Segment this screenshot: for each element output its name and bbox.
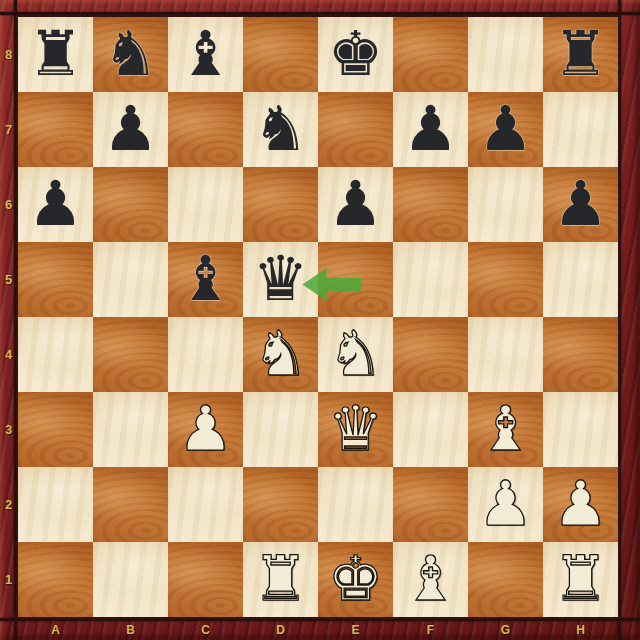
square-c7[interactable]	[168, 92, 243, 167]
rank-label-6: 6	[0, 167, 17, 242]
rank-label-8: 8	[0, 17, 17, 92]
square-b1[interactable]	[93, 542, 168, 617]
black-pawn-g7[interactable]: ♟	[468, 92, 543, 167]
square-e5[interactable]	[318, 242, 393, 317]
square-e3[interactable]: ♛	[318, 392, 393, 467]
rank-label-1: 1	[0, 542, 17, 617]
file-label-a: A	[18, 620, 93, 640]
rank-label-5: 5	[0, 242, 17, 317]
square-a2[interactable]	[18, 467, 93, 542]
square-a5[interactable]	[18, 242, 93, 317]
frame-groove-right	[618, 0, 621, 640]
black-pawn-f7[interactable]: ♟	[393, 92, 468, 167]
square-b6[interactable]	[93, 167, 168, 242]
black-bishop-c8[interactable]: ♝	[168, 17, 243, 92]
square-f1[interactable]: ♝	[393, 542, 468, 617]
file-label-h: H	[543, 620, 618, 640]
square-b8[interactable]: ♞	[93, 17, 168, 92]
square-d4[interactable]: ♞	[243, 317, 318, 392]
file-label-g: G	[468, 620, 543, 640]
chess-board[interactable]: ♜♞♝♚♜♟♞♟♟♟♟♟♝♛♞♞♟♛♝♟♟♜♚♝♜	[18, 17, 618, 617]
square-c3[interactable]: ♟	[168, 392, 243, 467]
black-king-e8[interactable]: ♚	[318, 17, 393, 92]
white-pawn-c3[interactable]: ♟	[168, 392, 243, 467]
square-g3[interactable]: ♝	[468, 392, 543, 467]
square-c8[interactable]: ♝	[168, 17, 243, 92]
square-e8[interactable]: ♚	[318, 17, 393, 92]
white-knight-e4[interactable]: ♞	[318, 317, 393, 392]
white-pawn-g2[interactable]: ♟	[468, 467, 543, 542]
square-h3[interactable]	[543, 392, 618, 467]
square-d5[interactable]: ♛	[243, 242, 318, 317]
square-d2[interactable]	[243, 467, 318, 542]
square-f7[interactable]: ♟	[393, 92, 468, 167]
square-d8[interactable]	[243, 17, 318, 92]
file-label-e: E	[318, 620, 393, 640]
square-d7[interactable]: ♞	[243, 92, 318, 167]
square-a8[interactable]: ♜	[18, 17, 93, 92]
square-c6[interactable]	[168, 167, 243, 242]
file-label-f: F	[393, 620, 468, 640]
rank-label-3: 3	[0, 392, 17, 467]
black-pawn-a6[interactable]: ♟	[18, 167, 93, 242]
square-f2[interactable]	[393, 467, 468, 542]
black-bishop-c5[interactable]: ♝	[168, 242, 243, 317]
file-label-c: C	[168, 620, 243, 640]
square-f6[interactable]	[393, 167, 468, 242]
black-rook-h8[interactable]: ♜	[543, 17, 618, 92]
black-rook-a8[interactable]: ♜	[18, 17, 93, 92]
square-h7[interactable]	[543, 92, 618, 167]
square-c5[interactable]: ♝	[168, 242, 243, 317]
black-knight-d7[interactable]: ♞	[243, 92, 318, 167]
square-a4[interactable]	[18, 317, 93, 392]
square-b3[interactable]	[93, 392, 168, 467]
black-pawn-b7[interactable]: ♟	[93, 92, 168, 167]
square-e7[interactable]	[318, 92, 393, 167]
square-a1[interactable]	[18, 542, 93, 617]
square-e6[interactable]: ♟	[318, 167, 393, 242]
square-f5[interactable]	[393, 242, 468, 317]
square-b7[interactable]: ♟	[93, 92, 168, 167]
rank-label-4: 4	[0, 317, 17, 392]
black-pawn-h6[interactable]: ♟	[543, 167, 618, 242]
white-queen-e3[interactable]: ♛	[318, 392, 393, 467]
white-bishop-g3[interactable]: ♝	[468, 392, 543, 467]
square-g5[interactable]	[468, 242, 543, 317]
square-c2[interactable]	[168, 467, 243, 542]
black-knight-b8[interactable]: ♞	[93, 17, 168, 92]
square-f3[interactable]	[393, 392, 468, 467]
square-b4[interactable]	[93, 317, 168, 392]
square-a7[interactable]	[18, 92, 93, 167]
square-a3[interactable]	[18, 392, 93, 467]
square-g2[interactable]: ♟	[468, 467, 543, 542]
rank-label-2: 2	[0, 467, 17, 542]
square-h1[interactable]: ♜	[543, 542, 618, 617]
square-e2[interactable]	[318, 467, 393, 542]
square-e1[interactable]: ♚	[318, 542, 393, 617]
square-a6[interactable]: ♟	[18, 167, 93, 242]
frame-groove-top	[0, 12, 640, 15]
file-label-d: D	[243, 620, 318, 640]
rank-label-7: 7	[0, 92, 17, 167]
square-c1[interactable]	[168, 542, 243, 617]
square-d3[interactable]	[243, 392, 318, 467]
square-g8[interactable]	[468, 17, 543, 92]
board-frame: ♜♞♝♚♜♟♞♟♟♟♟♟♝♛♞♞♟♛♝♟♟♜♚♝♜ 87654321ABCDEF…	[0, 0, 640, 640]
square-h6[interactable]: ♟	[543, 167, 618, 242]
square-h8[interactable]: ♜	[543, 17, 618, 92]
square-g1[interactable]	[468, 542, 543, 617]
square-b2[interactable]	[93, 467, 168, 542]
square-h2[interactable]: ♟	[543, 467, 618, 542]
square-f4[interactable]	[393, 317, 468, 392]
square-g4[interactable]	[468, 317, 543, 392]
square-d6[interactable]	[243, 167, 318, 242]
square-d1[interactable]: ♜	[243, 542, 318, 617]
white-pawn-h2[interactable]: ♟	[543, 467, 618, 542]
white-rook-d1[interactable]: ♜	[243, 542, 318, 617]
square-b5[interactable]	[93, 242, 168, 317]
white-rook-h1[interactable]: ♜	[543, 542, 618, 617]
white-king-e1[interactable]: ♚	[318, 542, 393, 617]
square-h5[interactable]	[543, 242, 618, 317]
square-e4[interactable]: ♞	[318, 317, 393, 392]
file-label-b: B	[93, 620, 168, 640]
square-g7[interactable]: ♟	[468, 92, 543, 167]
square-c4[interactable]	[168, 317, 243, 392]
square-h4[interactable]	[543, 317, 618, 392]
square-f8[interactable]	[393, 17, 468, 92]
black-pawn-e6[interactable]: ♟	[318, 167, 393, 242]
white-bishop-f1[interactable]: ♝	[393, 542, 468, 617]
black-queen-d5[interactable]: ♛	[243, 242, 318, 317]
square-g6[interactable]	[468, 167, 543, 242]
white-knight-d4[interactable]: ♞	[243, 317, 318, 392]
